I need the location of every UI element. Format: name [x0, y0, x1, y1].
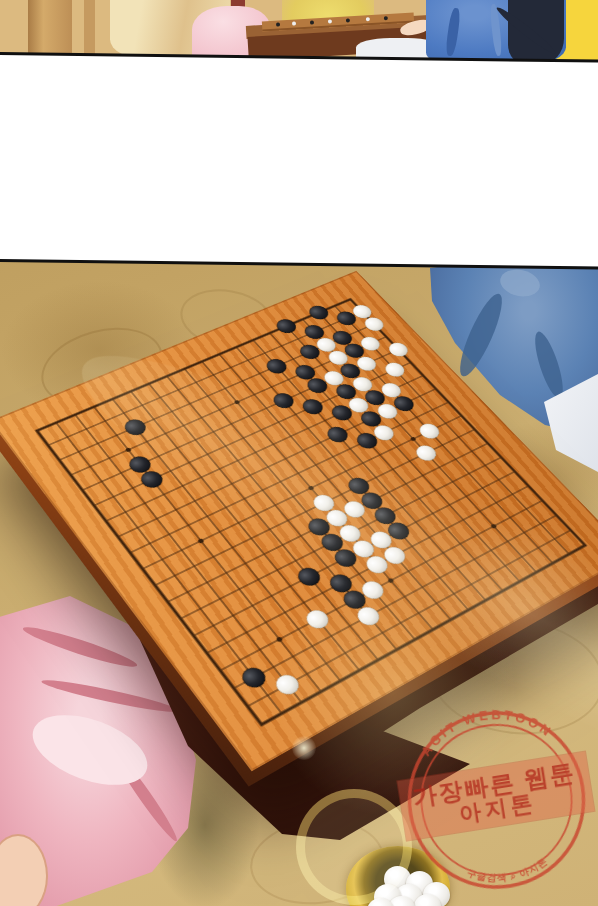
white-stone — [340, 498, 369, 520]
white-stone — [385, 340, 411, 359]
mini-go-stone — [276, 22, 280, 26]
white-stone — [382, 360, 409, 379]
white-stone — [412, 443, 440, 464]
mini-go-stone — [328, 19, 332, 23]
black-stone — [137, 468, 166, 490]
white-stone — [322, 507, 351, 529]
black-stone — [340, 588, 370, 612]
white-stone — [358, 578, 388, 602]
black-stone — [306, 304, 332, 322]
mini-go-stone — [366, 17, 370, 21]
black-stone — [238, 664, 269, 691]
black-stone — [121, 417, 149, 438]
black-stone — [371, 505, 400, 527]
black-stone — [305, 516, 334, 539]
white-stone — [336, 522, 365, 545]
white-stone — [302, 607, 332, 632]
white-stone — [310, 492, 339, 514]
mini-go-stone — [292, 21, 296, 25]
mini-go-stone — [346, 18, 350, 22]
black-stone — [263, 357, 290, 376]
white-stone — [272, 671, 303, 698]
go-board — [36, 213, 585, 762]
black-stone — [318, 531, 347, 554]
black-stone — [270, 391, 297, 411]
comic-page: AGIT WEBTOON 구글검색 ⌕ 아지톤 가장빠른 웹툰 아지톤 — [0, 0, 598, 906]
white-stone — [367, 529, 396, 552]
black-stone — [273, 317, 299, 335]
white-stone — [362, 553, 391, 576]
mini-go-stone — [310, 20, 314, 24]
black-stone — [126, 454, 155, 476]
watermark-stamp: AGIT WEBTOON 구글검색 ⌕ 아지톤 가장빠른 웹툰 아지톤 — [382, 689, 598, 906]
white-stone — [349, 537, 378, 560]
black-stone — [384, 520, 413, 543]
mini-go-stone — [384, 16, 388, 20]
black-stone — [324, 424, 352, 445]
black-stone — [326, 571, 356, 595]
white-stone — [416, 421, 443, 441]
black-stone — [331, 546, 360, 569]
black-stone — [294, 565, 324, 589]
black-stone — [299, 397, 326, 417]
white-stone — [353, 604, 383, 629]
main-panel: AGIT WEBTOON 구글검색 ⌕ 아지톤 가장빠른 웹툰 아지톤 — [0, 0, 598, 906]
white-stone — [380, 544, 409, 567]
